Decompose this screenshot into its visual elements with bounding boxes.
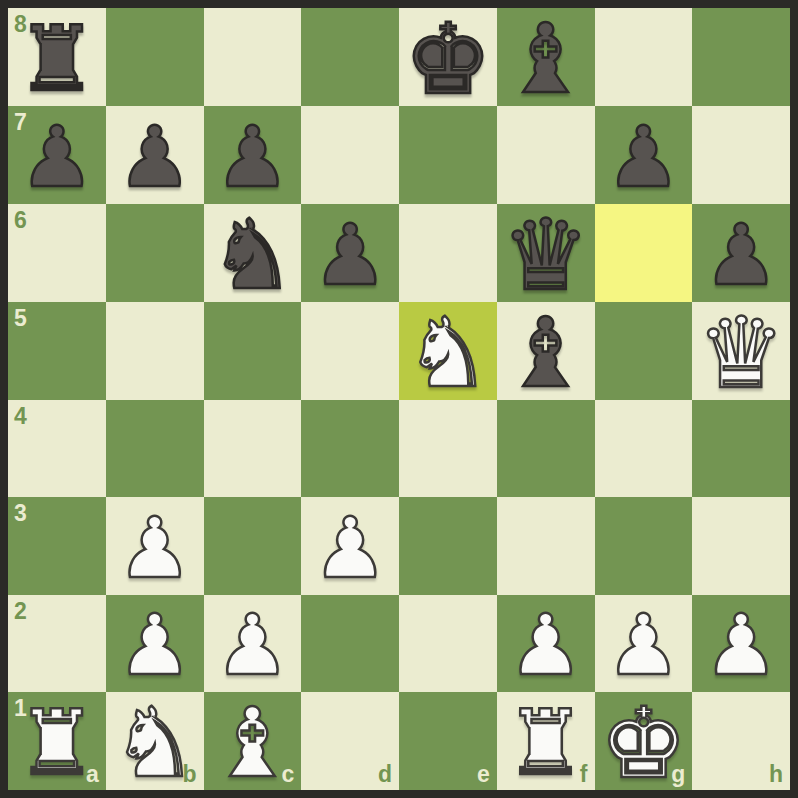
rank-label-4: 4: [14, 405, 27, 428]
square-b6[interactable]: [106, 204, 204, 302]
square-b5[interactable]: [106, 302, 204, 400]
square-g5[interactable]: [595, 302, 693, 400]
square-b3[interactable]: ♟: [106, 497, 204, 595]
piece-black-king[interactable]: ♚: [404, 10, 492, 108]
square-d2[interactable]: [301, 595, 399, 693]
square-c8[interactable]: [204, 8, 302, 106]
square-c7[interactable]: ♟: [204, 106, 302, 204]
piece-white-bishop[interactable]: ♝: [209, 695, 295, 791]
square-e2[interactable]: [399, 595, 497, 693]
square-d3[interactable]: ♟: [301, 497, 399, 595]
square-d4[interactable]: [301, 400, 399, 498]
square-a4[interactable]: 4: [8, 400, 106, 498]
square-d5[interactable]: [301, 302, 399, 400]
piece-white-pawn[interactable]: ♟: [312, 506, 387, 590]
square-g8[interactable]: [595, 8, 693, 106]
rank-label-3: 3: [14, 502, 27, 525]
piece-white-knight[interactable]: ♞: [405, 305, 491, 401]
square-g1[interactable]: g♚: [595, 692, 693, 790]
rank-label-2: 2: [14, 600, 27, 623]
file-label-d: d: [378, 763, 392, 786]
square-e4[interactable]: [399, 400, 497, 498]
square-e5[interactable]: ♞: [399, 302, 497, 400]
square-b2[interactable]: ♟: [106, 595, 204, 693]
chess-board: 8♜♚♝7♟♟♟♟6♞♟♛♟5♞♝♛43♟♟2♟♟♟♟♟1a♜b♞c♝def♜g…: [8, 8, 790, 790]
square-d7[interactable]: [301, 106, 399, 204]
square-e7[interactable]: [399, 106, 497, 204]
piece-white-rook[interactable]: ♜: [505, 698, 586, 788]
piece-white-king[interactable]: ♚: [599, 694, 687, 792]
square-c1[interactable]: c♝: [204, 692, 302, 790]
piece-white-knight[interactable]: ♞: [112, 695, 198, 791]
square-a5[interactable]: 5: [8, 302, 106, 400]
board-frame: 8♜♚♝7♟♟♟♟6♞♟♛♟5♞♝♛43♟♟2♟♟♟♟♟1a♜b♞c♝def♜g…: [0, 0, 798, 798]
square-g2[interactable]: ♟: [595, 595, 693, 693]
piece-white-pawn[interactable]: ♟: [117, 603, 192, 687]
piece-black-bishop[interactable]: ♝: [503, 11, 589, 107]
square-b7[interactable]: ♟: [106, 106, 204, 204]
square-c6[interactable]: ♞: [204, 204, 302, 302]
square-h1[interactable]: h: [692, 692, 790, 790]
square-g3[interactable]: [595, 497, 693, 595]
square-e3[interactable]: [399, 497, 497, 595]
square-h5[interactable]: ♛: [692, 302, 790, 400]
square-f1[interactable]: f♜: [497, 692, 595, 790]
square-f6[interactable]: ♛: [497, 204, 595, 302]
square-c2[interactable]: ♟: [204, 595, 302, 693]
piece-white-pawn[interactable]: ♟: [606, 603, 681, 687]
rank-label-5: 5: [14, 307, 27, 330]
square-e6[interactable]: [399, 204, 497, 302]
square-h6[interactable]: ♟: [692, 204, 790, 302]
square-a7[interactable]: 7♟: [8, 106, 106, 204]
square-a6[interactable]: 6: [8, 204, 106, 302]
piece-black-pawn[interactable]: ♟: [215, 115, 290, 199]
square-h4[interactable]: [692, 400, 790, 498]
square-e1[interactable]: e: [399, 692, 497, 790]
square-a8[interactable]: 8♜: [8, 8, 106, 106]
square-h2[interactable]: ♟: [692, 595, 790, 693]
square-a3[interactable]: 3: [8, 497, 106, 595]
square-d6[interactable]: ♟: [301, 204, 399, 302]
square-h8[interactable]: [692, 8, 790, 106]
square-b4[interactable]: [106, 400, 204, 498]
square-f2[interactable]: ♟: [497, 595, 595, 693]
square-f3[interactable]: [497, 497, 595, 595]
square-c3[interactable]: [204, 497, 302, 595]
piece-black-pawn[interactable]: ♟: [312, 213, 387, 297]
piece-black-bishop[interactable]: ♝: [503, 305, 589, 401]
square-d1[interactable]: d: [301, 692, 399, 790]
square-c5[interactable]: [204, 302, 302, 400]
square-d8[interactable]: [301, 8, 399, 106]
square-h3[interactable]: [692, 497, 790, 595]
piece-black-pawn[interactable]: ♟: [19, 115, 94, 199]
piece-black-pawn[interactable]: ♟: [606, 115, 681, 199]
square-f8[interactable]: ♝: [497, 8, 595, 106]
square-a1[interactable]: 1a♜: [8, 692, 106, 790]
square-c4[interactable]: [204, 400, 302, 498]
square-a2[interactable]: 2: [8, 595, 106, 693]
piece-black-knight[interactable]: ♞: [209, 207, 295, 303]
square-h7[interactable]: [692, 106, 790, 204]
piece-black-rook[interactable]: ♜: [17, 14, 98, 104]
piece-black-pawn[interactable]: ♟: [703, 213, 778, 297]
piece-white-pawn[interactable]: ♟: [117, 506, 192, 590]
square-b8[interactable]: [106, 8, 204, 106]
file-label-e: e: [477, 763, 490, 786]
square-f5[interactable]: ♝: [497, 302, 595, 400]
piece-white-queen[interactable]: ♛: [697, 304, 785, 402]
piece-black-queen[interactable]: ♛: [502, 206, 590, 304]
rank-label-6: 6: [14, 209, 27, 232]
piece-white-pawn[interactable]: ♟: [508, 603, 583, 687]
square-e8[interactable]: ♚: [399, 8, 497, 106]
square-g7[interactable]: ♟: [595, 106, 693, 204]
piece-white-pawn[interactable]: ♟: [215, 603, 290, 687]
square-g6[interactable]: [595, 204, 693, 302]
square-f4[interactable]: [497, 400, 595, 498]
piece-black-pawn[interactable]: ♟: [117, 115, 192, 199]
square-b1[interactable]: b♞: [106, 692, 204, 790]
piece-white-pawn[interactable]: ♟: [703, 603, 778, 687]
square-f7[interactable]: [497, 106, 595, 204]
square-g4[interactable]: [595, 400, 693, 498]
file-label-h: h: [769, 763, 783, 786]
piece-white-rook[interactable]: ♜: [17, 698, 98, 788]
